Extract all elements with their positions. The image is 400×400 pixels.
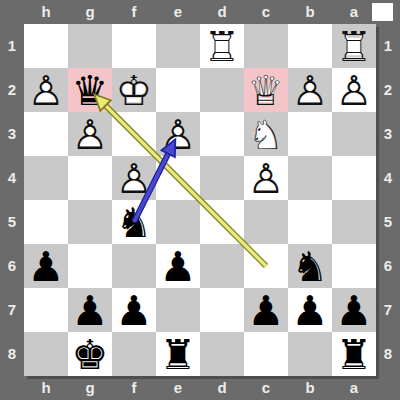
square-e4[interactable] [156, 156, 200, 200]
square-a6[interactable] [332, 244, 376, 288]
white-n-piece-fill: ♞ [244, 112, 288, 156]
square-b7[interactable]: ♟ [288, 288, 332, 332]
square-g8[interactable]: ♚ [68, 332, 112, 376]
square-d8[interactable] [200, 332, 244, 376]
file-label-top-e: e [156, 0, 200, 24]
square-c7[interactable]: ♟ [244, 288, 288, 332]
white-p-piece-fill: ♟ [68, 112, 112, 156]
square-d1[interactable]: ♜♖ [200, 24, 244, 68]
square-c8[interactable] [244, 332, 288, 376]
square-e5[interactable] [156, 200, 200, 244]
square-a5[interactable] [332, 200, 376, 244]
square-f1[interactable] [112, 24, 156, 68]
file-label-bottom-f: f [112, 376, 156, 400]
file-label-top-c: c [244, 0, 288, 24]
white-p-piece-fill: ♟ [156, 112, 200, 156]
file-label-top-d: d [200, 0, 244, 24]
rank-label-right-4: 4 [376, 156, 400, 200]
white-r-piece-fill: ♜ [332, 24, 376, 68]
chess-puzzle-panel: ♜♖♜♖♟♙♛♚♔♛♕♟♙♟♙♟♙♟♙♞♘♟♙♟♙♞♟♟♞♟♟♟♟♟♚♜♜ hh… [0, 0, 400, 400]
square-e2[interactable] [156, 68, 200, 112]
white-p-piece: ♙ [288, 68, 332, 112]
square-f6[interactable] [112, 244, 156, 288]
rank-label-right-2: 2 [376, 68, 400, 112]
white-r-piece: ♖ [332, 24, 376, 68]
white-r-piece-fill: ♜ [200, 24, 244, 68]
file-label-bottom-c: c [244, 376, 288, 400]
black-p-piece: ♟ [244, 288, 288, 332]
square-c6[interactable] [244, 244, 288, 288]
rank-label-right-6: 6 [376, 244, 400, 288]
black-p-piece: ♟ [288, 288, 332, 332]
file-label-top-g: g [68, 0, 112, 24]
black-p-piece: ♟ [112, 288, 156, 332]
square-h1[interactable] [24, 24, 68, 68]
rank-label-left-6: 6 [0, 244, 24, 288]
file-label-bottom-a: a [332, 376, 376, 400]
square-b3[interactable] [288, 112, 332, 156]
square-d2[interactable] [200, 68, 244, 112]
black-k-piece: ♚ [68, 332, 112, 376]
rank-label-left-4: 4 [0, 156, 24, 200]
rank-label-left-5: 5 [0, 200, 24, 244]
black-p-piece: ♟ [332, 288, 376, 332]
white-p-piece-fill: ♟ [112, 156, 156, 200]
square-e8[interactable]: ♜ [156, 332, 200, 376]
file-label-top-a: a [332, 0, 376, 24]
white-p-piece: ♙ [24, 68, 68, 112]
black-p-piece: ♟ [68, 288, 112, 332]
file-label-top-f: f [112, 0, 156, 24]
square-b6[interactable]: ♞ [288, 244, 332, 288]
square-f7[interactable]: ♟ [112, 288, 156, 332]
rank-label-left-1: 1 [0, 24, 24, 68]
square-c1[interactable] [244, 24, 288, 68]
rank-label-right-8: 8 [376, 332, 400, 376]
square-h3[interactable] [24, 112, 68, 156]
square-d6[interactable] [200, 244, 244, 288]
square-h4[interactable] [24, 156, 68, 200]
square-f5[interactable]: ♞ [112, 200, 156, 244]
square-g3[interactable]: ♟♙ [68, 112, 112, 156]
white-q-piece-fill: ♛ [244, 68, 288, 112]
square-d5[interactable] [200, 200, 244, 244]
square-h8[interactable] [24, 332, 68, 376]
white-p-piece-fill: ♟ [24, 68, 68, 112]
file-label-bottom-h: h [24, 376, 68, 400]
square-g5[interactable] [68, 200, 112, 244]
white-k-piece: ♔ [112, 68, 156, 112]
square-e1[interactable] [156, 24, 200, 68]
square-g6[interactable] [68, 244, 112, 288]
square-b2[interactable]: ♟♙ [288, 68, 332, 112]
white-p-piece: ♙ [332, 68, 376, 112]
black-n-piece: ♞ [112, 200, 156, 244]
square-e3[interactable]: ♟♙ [156, 112, 200, 156]
square-c3[interactable]: ♞♘ [244, 112, 288, 156]
white-p-piece: ♙ [244, 156, 288, 200]
square-f8[interactable] [112, 332, 156, 376]
rank-label-left-2: 2 [0, 68, 24, 112]
square-h7[interactable] [24, 288, 68, 332]
file-label-bottom-b: b [288, 376, 332, 400]
white-q-piece: ♕ [244, 68, 288, 112]
white-p-piece: ♙ [156, 112, 200, 156]
square-g4[interactable] [68, 156, 112, 200]
black-r-piece: ♜ [332, 332, 376, 376]
square-a3[interactable] [332, 112, 376, 156]
square-b1[interactable] [288, 24, 332, 68]
white-p-piece-fill: ♟ [288, 68, 332, 112]
square-e7[interactable] [156, 288, 200, 332]
square-f4[interactable]: ♟♙ [112, 156, 156, 200]
square-a4[interactable] [332, 156, 376, 200]
rank-label-right-1: 1 [376, 24, 400, 68]
square-h5[interactable] [24, 200, 68, 244]
square-g1[interactable] [68, 24, 112, 68]
square-a8[interactable]: ♜ [332, 332, 376, 376]
square-f3[interactable] [112, 112, 156, 156]
square-c4[interactable]: ♟♙ [244, 156, 288, 200]
black-p-piece: ♟ [156, 244, 200, 288]
square-d4[interactable] [200, 156, 244, 200]
black-p-piece: ♟ [24, 244, 68, 288]
white-p-piece-fill: ♟ [332, 68, 376, 112]
white-square-icon[interactable] [372, 3, 393, 21]
square-g2[interactable]: ♛ [68, 68, 112, 112]
square-f2[interactable]: ♚♔ [112, 68, 156, 112]
file-label-bottom-g: g [68, 376, 112, 400]
rank-label-right-3: 3 [376, 112, 400, 156]
square-a1[interactable]: ♜♖ [332, 24, 376, 68]
chess-board: ♜♖♜♖♟♙♛♚♔♛♕♟♙♟♙♟♙♟♙♞♘♟♙♟♙♞♟♟♞♟♟♟♟♟♚♜♜ [24, 24, 376, 376]
rank-label-right-5: 5 [376, 200, 400, 244]
square-b8[interactable] [288, 332, 332, 376]
square-d7[interactable] [200, 288, 244, 332]
white-r-piece: ♖ [200, 24, 244, 68]
square-d3[interactable] [200, 112, 244, 156]
square-a2[interactable]: ♟♙ [332, 68, 376, 112]
rank-label-left-8: 8 [0, 332, 24, 376]
rank-label-right-7: 7 [376, 288, 400, 332]
file-label-bottom-d: d [200, 376, 244, 400]
square-b5[interactable] [288, 200, 332, 244]
square-h2[interactable]: ♟♙ [24, 68, 68, 112]
black-q-piece: ♛ [68, 68, 112, 112]
square-e6[interactable]: ♟ [156, 244, 200, 288]
square-g7[interactable]: ♟ [68, 288, 112, 332]
white-k-piece-fill: ♚ [112, 68, 156, 112]
white-n-piece: ♘ [244, 112, 288, 156]
file-label-bottom-e: e [156, 376, 200, 400]
square-c5[interactable] [244, 200, 288, 244]
file-label-top-b: b [288, 0, 332, 24]
file-label-top-h: h [24, 0, 68, 24]
white-p-piece-fill: ♟ [244, 156, 288, 200]
rank-label-left-3: 3 [0, 112, 24, 156]
square-a7[interactable]: ♟ [332, 288, 376, 332]
square-c2[interactable]: ♛♕ [244, 68, 288, 112]
square-h6[interactable]: ♟ [24, 244, 68, 288]
black-r-piece: ♜ [156, 332, 200, 376]
rank-label-left-7: 7 [0, 288, 24, 332]
black-n-piece: ♞ [288, 244, 332, 288]
white-p-piece: ♙ [68, 112, 112, 156]
square-b4[interactable] [288, 156, 332, 200]
white-p-piece: ♙ [112, 156, 156, 200]
